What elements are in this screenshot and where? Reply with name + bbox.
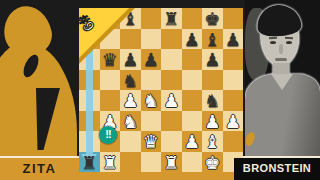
piece-white-pawn[interactable]: ♟ (120, 90, 141, 111)
square-e4[interactable]: ♟ (161, 90, 182, 111)
piece-white-pawn[interactable]: ♟ (223, 111, 244, 132)
square-c8[interactable]: ♝ (120, 8, 141, 29)
square-c5[interactable]: ♞ (120, 70, 141, 91)
square-e7[interactable] (161, 29, 182, 50)
square-f8[interactable] (182, 8, 203, 29)
square-c4[interactable]: ♟ (120, 90, 141, 111)
piece-black-pawn[interactable]: ♟ (202, 49, 223, 70)
square-d8[interactable] (141, 8, 162, 29)
square-h3[interactable]: ♟ (223, 111, 244, 132)
square-d2[interactable]: ♛ (141, 131, 162, 152)
square-g3[interactable]: ♟ (202, 111, 223, 132)
piece-black-king[interactable]: ♚ (202, 8, 223, 29)
brilliant-move-badge: !! (99, 126, 117, 144)
piece-black-knight[interactable]: ♞ (120, 70, 141, 91)
square-e8[interactable]: ♜ (161, 8, 182, 29)
piece-black-pawn[interactable]: ♟ (182, 29, 203, 50)
piece-white-king[interactable]: ♚ (202, 152, 223, 173)
piece-white-pawn[interactable]: ♟ (202, 111, 223, 132)
square-h5[interactable] (223, 70, 244, 91)
piece-white-rook[interactable]: ♜ (161, 152, 182, 173)
square-c7[interactable] (120, 29, 141, 50)
square-g5[interactable] (202, 70, 223, 91)
square-h6[interactable] (223, 49, 244, 70)
square-a4[interactable] (79, 90, 100, 111)
piece-black-pawn[interactable]: ♟ (141, 49, 162, 70)
square-d6[interactable]: ♟ (141, 49, 162, 70)
square-e1[interactable]: ♜ (161, 152, 182, 173)
piece-black-rook[interactable]: ♜ (79, 152, 100, 173)
square-h8[interactable] (223, 8, 244, 29)
piece-black-queen[interactable]: ♛ (100, 49, 121, 70)
square-d4[interactable]: ♞ (141, 90, 162, 111)
square-e6[interactable] (161, 49, 182, 70)
square-f5[interactable] (182, 70, 203, 91)
square-a6[interactable] (79, 49, 100, 70)
piece-black-knight[interactable]: ♞ (202, 90, 223, 111)
square-b8[interactable] (100, 8, 121, 29)
square-d3[interactable] (141, 111, 162, 132)
piece-white-knight[interactable]: ♞ (141, 90, 162, 111)
square-c1[interactable] (120, 152, 141, 173)
square-d7[interactable] (141, 29, 162, 50)
piece-black-pawn[interactable]: ♟ (120, 49, 141, 70)
square-h4[interactable] (223, 90, 244, 111)
white-player-silhouette (0, 0, 79, 157)
square-b6[interactable]: ♛ (100, 49, 121, 70)
portrait-hair (256, 4, 302, 38)
square-a1[interactable]: ♜ (79, 152, 100, 173)
piece-white-pawn[interactable]: ♟ (182, 131, 203, 152)
square-c3[interactable]: ♞ (120, 111, 141, 132)
piece-white-knight[interactable]: ♞ (120, 111, 141, 132)
square-g7[interactable]: ♝ (202, 29, 223, 50)
white-player-name: ZITA (0, 158, 79, 180)
square-b5[interactable] (100, 70, 121, 91)
piece-black-rook[interactable]: ♜ (161, 8, 182, 29)
piece-white-bishop[interactable]: ♝ (202, 131, 223, 152)
piece-black-pawn[interactable]: ♟ (79, 29, 100, 50)
square-g6[interactable]: ♟ (202, 49, 223, 70)
square-d5[interactable] (141, 70, 162, 91)
chess-board[interactable]: ♝♜♚♟♟♝♟♛♟♟♟♞♟♞♟♞♟♞♟♟♛♟♝♜♜♜♚#9!! (79, 8, 243, 172)
square-g2[interactable]: ♝ (202, 131, 223, 152)
square-b7[interactable] (100, 29, 121, 50)
square-e3[interactable] (161, 111, 182, 132)
square-b4[interactable] (100, 90, 121, 111)
black-player-name: BRONSTEIN (234, 158, 320, 180)
square-a7[interactable]: ♟ (79, 29, 100, 50)
square-c2[interactable] (120, 131, 141, 152)
square-a8[interactable] (79, 8, 100, 29)
square-g8[interactable]: ♚ (202, 8, 223, 29)
square-h2[interactable] (223, 131, 244, 152)
screenshot-stage: ZITA BRONSTEIN ♝♜♚♟♟♝♟♛♟♟♟♞♟♞♟♞♟♞♟♟♛♟♝♜♜… (0, 0, 320, 180)
square-d1[interactable] (141, 152, 162, 173)
square-f4[interactable] (182, 90, 203, 111)
square-f6[interactable] (182, 49, 203, 70)
piece-black-bishop[interactable]: ♝ (202, 29, 223, 50)
portrait-mouth (275, 58, 287, 61)
square-f7[interactable]: ♟ (182, 29, 203, 50)
piece-black-bishop[interactable]: ♝ (120, 8, 141, 29)
square-f1[interactable] (182, 152, 203, 173)
square-f3[interactable] (182, 111, 203, 132)
square-a5[interactable] (79, 70, 100, 91)
square-h7[interactable]: ♟ (223, 29, 244, 50)
square-a3[interactable] (79, 111, 100, 132)
black-player-photo (245, 0, 320, 157)
square-f2[interactable]: ♟ (182, 131, 203, 152)
piece-black-pawn[interactable]: ♟ (223, 29, 244, 50)
square-c6[interactable]: ♟ (120, 49, 141, 70)
square-b1[interactable]: ♜ (100, 152, 121, 173)
square-e2[interactable] (161, 131, 182, 152)
portrait-figure (245, 0, 320, 157)
piece-white-rook[interactable]: ♜ (100, 152, 121, 173)
piece-white-pawn[interactable]: ♟ (161, 90, 182, 111)
square-e5[interactable] (161, 70, 182, 91)
portrait-eye (286, 41, 292, 44)
square-a2[interactable] (79, 131, 100, 152)
portrait-nose (279, 44, 283, 54)
black-player-nameplate: BRONSTEIN (234, 158, 320, 180)
square-g1[interactable]: ♚ (202, 152, 223, 173)
portrait-eye (270, 41, 276, 44)
square-g4[interactable]: ♞ (202, 90, 223, 111)
piece-white-queen[interactable]: ♛ (141, 131, 162, 152)
